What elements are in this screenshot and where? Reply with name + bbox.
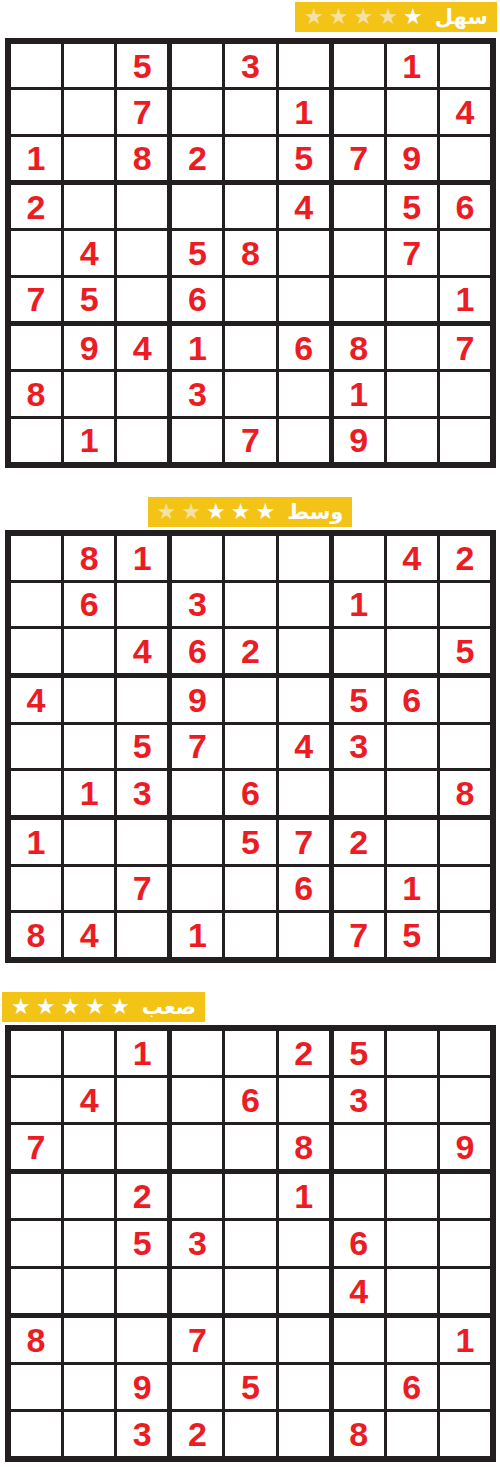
cell-easy-r9c6[interactable] (279, 419, 329, 462)
cell-easy-r9c8[interactable] (387, 419, 437, 462)
cell-medium-r5c9[interactable] (440, 725, 490, 769)
cell-hard-r8c3[interactable]: 9 (117, 1365, 167, 1409)
cell-easy-r2c7[interactable] (334, 90, 384, 133)
cell-easy-r6c1[interactable]: 7 (11, 278, 61, 321)
cell-medium-r2c5[interactable] (225, 583, 275, 627)
star-rating-hard: ★★★★★ (11, 996, 130, 1018)
cell-medium-r2c4[interactable]: 3 (172, 583, 222, 627)
star-empty-icon: ★ (378, 6, 398, 28)
cell-easy-r5c5[interactable]: 8 (225, 231, 275, 274)
star-filled-icon: ★ (256, 501, 276, 523)
sudoku-box-3-1: 9481 (11, 326, 167, 462)
cell-easy-r3c5[interactable] (225, 137, 275, 180)
cell-medium-r3c1[interactable] (11, 629, 61, 673)
cell-hard-r2c8[interactable] (387, 1078, 437, 1122)
cell-hard-r9c7[interactable]: 8 (334, 1412, 384, 1456)
cell-hard-r1c1[interactable] (11, 1031, 61, 1075)
cell-medium-r9c4[interactable]: 1 (172, 913, 222, 957)
cell-medium-r9c9[interactable] (440, 913, 490, 957)
cell-hard-r9c2[interactable] (64, 1412, 114, 1456)
cell-easy-r4c6[interactable]: 4 (279, 185, 329, 228)
star-filled-icon: ★ (60, 996, 80, 1018)
cell-medium-r8c8[interactable]: 1 (387, 867, 437, 911)
sudoku-box-2-3: 64 (334, 1174, 490, 1312)
cell-easy-r7c8[interactable] (387, 326, 437, 369)
cell-easy-r4c4[interactable] (172, 185, 222, 228)
cell-medium-r1c6[interactable] (279, 536, 329, 580)
sudoku-box-3-1: 893 (11, 1318, 167, 1456)
cell-hard-r3c4[interactable] (172, 1125, 222, 1169)
cell-easy-r7c5[interactable] (225, 326, 275, 369)
cell-easy-r3c9[interactable] (440, 137, 490, 180)
cell-hard-r9c1[interactable] (11, 1412, 61, 1456)
cell-easy-r4c8[interactable]: 5 (387, 185, 437, 228)
cell-hard-r3c8[interactable] (387, 1125, 437, 1169)
cell-medium-r6c5[interactable]: 6 (225, 771, 275, 815)
cell-hard-r7c1[interactable]: 8 (11, 1318, 61, 1362)
cell-easy-r1c8[interactable]: 1 (387, 44, 437, 87)
cell-medium-r8c5[interactable] (225, 867, 275, 911)
cell-hard-r8c6[interactable] (279, 1365, 329, 1409)
cell-easy-r1c3[interactable]: 5 (117, 44, 167, 87)
sudoku-box-3-2: 5761 (172, 820, 328, 957)
cell-easy-r2c8[interactable] (387, 90, 437, 133)
cell-easy-r7c2[interactable]: 9 (64, 326, 114, 369)
cell-hard-r9c9[interactable] (440, 1412, 490, 1456)
cell-medium-r4c4[interactable]: 9 (172, 678, 222, 722)
difficulty-label-hard: صعب (142, 992, 196, 1022)
cell-medium-r2c3[interactable] (117, 583, 167, 627)
cell-medium-r4c7[interactable]: 5 (334, 678, 384, 722)
cell-hard-r6c4[interactable] (172, 1269, 222, 1313)
cell-easy-r9c9[interactable] (440, 419, 490, 462)
cell-easy-r5c4[interactable]: 5 (172, 231, 222, 274)
cell-easy-r8c3[interactable] (117, 372, 167, 415)
cell-hard-r7c3[interactable] (117, 1318, 167, 1362)
sudoku-box-1-2: 3125 (172, 44, 328, 180)
cell-hard-r4c2[interactable] (64, 1174, 114, 1218)
cell-hard-r1c2[interactable] (64, 1031, 114, 1075)
cell-medium-r1c7[interactable] (334, 536, 384, 580)
sudoku-box-2-1: 25 (11, 1174, 167, 1312)
sudoku-box-3-2: 1637 (172, 326, 328, 462)
cell-easy-r3c3[interactable]: 8 (117, 137, 167, 180)
cell-easy-r4c5[interactable] (225, 185, 275, 228)
cell-hard-r9c3[interactable]: 3 (117, 1412, 167, 1456)
cell-easy-r1c4[interactable] (172, 44, 222, 87)
cell-easy-r6c5[interactable] (225, 278, 275, 321)
cell-easy-r3c7[interactable]: 7 (334, 137, 384, 180)
cell-easy-r4c7[interactable] (334, 185, 384, 228)
cell-medium-r8c1[interactable] (11, 867, 61, 911)
cell-medium-r3c9[interactable]: 5 (440, 629, 490, 673)
cell-hard-r8c8[interactable]: 6 (387, 1365, 437, 1409)
cell-easy-r7c4[interactable]: 1 (172, 326, 222, 369)
sudoku-box-2-1: 4513 (11, 678, 167, 815)
cell-medium-r5c4[interactable]: 7 (172, 725, 222, 769)
cell-easy-r5c7[interactable] (334, 231, 384, 274)
star-filled-icon: ★ (206, 501, 226, 523)
banner-row-easy: ★★★★★ سهل (0, 2, 497, 32)
cell-easy-r4c2[interactable] (64, 185, 114, 228)
sudoku-box-3-1: 1784 (11, 820, 167, 957)
cell-hard-r6c5[interactable] (225, 1269, 275, 1313)
sudoku-box-1-2: 268 (172, 1031, 328, 1169)
star-filled-icon: ★ (403, 6, 423, 28)
cell-easy-r2c1[interactable] (11, 90, 61, 133)
difficulty-label-easy: سهل (435, 2, 488, 32)
cell-medium-r7c1[interactable]: 1 (11, 820, 61, 864)
cell-medium-r6c8[interactable] (387, 771, 437, 815)
cell-medium-r3c3[interactable]: 4 (117, 629, 167, 673)
cell-hard-r6c3[interactable] (117, 1269, 167, 1313)
cell-hard-r6c2[interactable] (64, 1269, 114, 1313)
cell-medium-r1c9[interactable]: 2 (440, 536, 490, 580)
cell-medium-r6c9[interactable]: 8 (440, 771, 490, 815)
cell-hard-r6c8[interactable] (387, 1269, 437, 1313)
cell-hard-r5c3[interactable]: 5 (117, 1221, 167, 1265)
cell-hard-r4c3[interactable]: 2 (117, 1174, 167, 1218)
cell-hard-r9c8[interactable] (387, 1412, 437, 1456)
cell-medium-r7c8[interactable] (387, 820, 437, 864)
cell-easy-r1c7[interactable] (334, 44, 384, 87)
cell-hard-r8c7[interactable] (334, 1365, 384, 1409)
cell-hard-r2c1[interactable] (11, 1078, 61, 1122)
cell-easy-r1c5[interactable]: 3 (225, 44, 275, 87)
cell-hard-r7c8[interactable] (387, 1318, 437, 1362)
cell-easy-r2c6[interactable]: 1 (279, 90, 329, 133)
star-filled-icon: ★ (36, 996, 56, 1018)
cell-hard-r5c5[interactable] (225, 1221, 275, 1265)
cell-hard-r2c4[interactable] (172, 1078, 222, 1122)
cell-easy-r8c6[interactable] (279, 372, 329, 415)
star-filled-icon: ★ (85, 996, 105, 1018)
cell-easy-r6c8[interactable] (387, 278, 437, 321)
cell-easy-r8c8[interactable] (387, 372, 437, 415)
cell-easy-r8c5[interactable] (225, 372, 275, 415)
cell-easy-r2c5[interactable] (225, 90, 275, 133)
cell-easy-r9c1[interactable] (11, 419, 61, 462)
cell-easy-r3c6[interactable]: 5 (279, 137, 329, 180)
cell-easy-r6c9[interactable]: 1 (440, 278, 490, 321)
cell-easy-r5c9[interactable] (440, 231, 490, 274)
cell-hard-r2c6[interactable] (279, 1078, 329, 1122)
cell-medium-r2c9[interactable] (440, 583, 490, 627)
cell-medium-r9c7[interactable]: 7 (334, 913, 384, 957)
sudoku-box-2-3: 5671 (334, 185, 490, 321)
cell-easy-r2c4[interactable] (172, 90, 222, 133)
cell-medium-r2c8[interactable] (387, 583, 437, 627)
sudoku-grid-easy: 571831251479247545865671948116378719 (5, 38, 496, 468)
star-empty-icon: ★ (304, 6, 324, 28)
cell-medium-r6c3[interactable]: 3 (117, 771, 167, 815)
cell-medium-r8c4[interactable] (172, 867, 222, 911)
cell-easy-r6c6[interactable] (279, 278, 329, 321)
cell-medium-r4c1[interactable]: 4 (11, 678, 61, 722)
cell-easy-r6c7[interactable] (334, 278, 384, 321)
cell-hard-r4c8[interactable] (387, 1174, 437, 1218)
cell-medium-r2c2[interactable]: 6 (64, 583, 114, 627)
cell-medium-r3c5[interactable]: 2 (225, 629, 275, 673)
sudoku-box-1-3: 4215 (334, 536, 490, 673)
cell-medium-r6c7[interactable] (334, 771, 384, 815)
cell-hard-r1c7[interactable]: 5 (334, 1031, 384, 1075)
cell-medium-r9c1[interactable]: 8 (11, 913, 61, 957)
cell-hard-r2c7[interactable]: 3 (334, 1078, 384, 1122)
cell-hard-r4c1[interactable] (11, 1174, 61, 1218)
cell-hard-r5c7[interactable]: 6 (334, 1221, 384, 1265)
cell-medium-r7c6[interactable]: 7 (279, 820, 329, 864)
sudoku-box-2-2: 4586 (172, 185, 328, 321)
cell-easy-r8c4[interactable]: 3 (172, 372, 222, 415)
cell-hard-r2c5[interactable]: 6 (225, 1078, 275, 1122)
cell-hard-r2c2[interactable]: 4 (64, 1078, 114, 1122)
cell-medium-r3c6[interactable] (279, 629, 329, 673)
cell-easy-r9c5[interactable]: 7 (225, 419, 275, 462)
cell-easy-r6c3[interactable] (117, 278, 167, 321)
cell-medium-r4c6[interactable] (279, 678, 329, 722)
cell-easy-r3c4[interactable]: 2 (172, 137, 222, 180)
cell-hard-r6c1[interactable] (11, 1269, 61, 1313)
cell-easy-r3c1[interactable]: 1 (11, 137, 61, 180)
cell-medium-r5c1[interactable] (11, 725, 61, 769)
sudoku-box-2-3: 5638 (334, 678, 490, 815)
cell-hard-r8c2[interactable] (64, 1365, 114, 1409)
cell-hard-r4c7[interactable] (334, 1174, 384, 1218)
cell-hard-r1c4[interactable] (172, 1031, 222, 1075)
cell-easy-r9c3[interactable] (117, 419, 167, 462)
cell-hard-r8c9[interactable] (440, 1365, 490, 1409)
sudoku-box-3-2: 752 (172, 1318, 328, 1456)
sudoku-box-1-2: 362 (172, 536, 328, 673)
cell-hard-r1c3[interactable]: 1 (117, 1031, 167, 1075)
cell-easy-r9c4[interactable] (172, 419, 222, 462)
cell-medium-r6c2[interactable]: 1 (64, 771, 114, 815)
cell-medium-r5c5[interactable] (225, 725, 275, 769)
sudoku-box-1-3: 539 (334, 1031, 490, 1169)
cell-hard-r8c1[interactable] (11, 1365, 61, 1409)
star-empty-icon: ★ (354, 6, 374, 28)
cell-easy-r8c2[interactable] (64, 372, 114, 415)
cell-medium-r5c3[interactable]: 5 (117, 725, 167, 769)
sudoku-box-2-2: 9746 (172, 678, 328, 815)
cell-hard-r7c6[interactable] (279, 1318, 329, 1362)
cell-medium-r8c7[interactable] (334, 867, 384, 911)
cell-hard-r5c9[interactable] (440, 1221, 490, 1265)
cell-medium-r8c3[interactable]: 7 (117, 867, 167, 911)
cell-easy-r7c6[interactable]: 6 (279, 326, 329, 369)
sudoku-box-3-3: 8719 (334, 326, 490, 462)
cell-hard-r2c3[interactable] (117, 1078, 167, 1122)
cell-medium-r1c3[interactable]: 1 (117, 536, 167, 580)
cell-medium-r1c5[interactable] (225, 536, 275, 580)
cell-easy-r7c9[interactable]: 7 (440, 326, 490, 369)
cell-easy-r8c1[interactable]: 8 (11, 372, 61, 415)
star-empty-icon: ★ (181, 501, 201, 523)
cell-hard-r5c1[interactable] (11, 1221, 61, 1265)
cell-hard-r6c9[interactable] (440, 1269, 490, 1313)
cell-hard-r4c5[interactable] (225, 1174, 275, 1218)
cell-medium-r7c7[interactable]: 2 (334, 820, 384, 864)
cell-easy-r7c7[interactable]: 8 (334, 326, 384, 369)
cell-easy-r4c3[interactable] (117, 185, 167, 228)
cell-medium-r6c6[interactable] (279, 771, 329, 815)
banner-row-medium: ★★★★★ وسط (0, 497, 500, 527)
cell-easy-r5c1[interactable] (11, 231, 61, 274)
cell-easy-r6c2[interactable]: 5 (64, 278, 114, 321)
cell-medium-r8c9[interactable] (440, 867, 490, 911)
cell-hard-r9c5[interactable] (225, 1412, 275, 1456)
cell-easy-r7c1[interactable] (11, 326, 61, 369)
cell-hard-r3c2[interactable] (64, 1125, 114, 1169)
cell-hard-r7c7[interactable] (334, 1318, 384, 1362)
cell-medium-r7c5[interactable]: 5 (225, 820, 275, 864)
cell-easy-r1c9[interactable] (440, 44, 490, 87)
cell-hard-r3c5[interactable] (225, 1125, 275, 1169)
cell-hard-r9c6[interactable] (279, 1412, 329, 1456)
cell-easy-r5c8[interactable]: 7 (387, 231, 437, 274)
cell-easy-r3c2[interactable] (64, 137, 114, 180)
cell-medium-r7c9[interactable] (440, 820, 490, 864)
cell-medium-r4c3[interactable] (117, 678, 167, 722)
sudoku-box-1-1: 147 (11, 1031, 167, 1169)
cell-hard-r7c2[interactable] (64, 1318, 114, 1362)
star-filled-icon: ★ (110, 996, 130, 1018)
cell-hard-r3c6[interactable]: 8 (279, 1125, 329, 1169)
cell-medium-r1c4[interactable] (172, 536, 222, 580)
cell-hard-r1c8[interactable] (387, 1031, 437, 1075)
star-empty-icon: ★ (329, 6, 349, 28)
cell-hard-r1c5[interactable] (225, 1031, 275, 1075)
cell-easy-r4c1[interactable]: 2 (11, 185, 61, 228)
difficulty-label-medium: وسط (287, 497, 343, 527)
sudoku-box-1-1: 8164 (11, 536, 167, 673)
cell-hard-r3c1[interactable]: 7 (11, 1125, 61, 1169)
star-filled-icon: ★ (11, 996, 31, 1018)
cell-hard-r5c2[interactable] (64, 1221, 114, 1265)
cell-medium-r9c3[interactable] (117, 913, 167, 957)
cell-easy-r6c4[interactable]: 6 (172, 278, 222, 321)
cell-hard-r6c6[interactable] (279, 1269, 329, 1313)
cell-medium-r6c1[interactable] (11, 771, 61, 815)
cell-medium-r5c7[interactable]: 3 (334, 725, 384, 769)
cell-hard-r5c6[interactable] (279, 1221, 329, 1265)
cell-medium-r4c5[interactable] (225, 678, 275, 722)
cell-medium-r1c8[interactable]: 4 (387, 536, 437, 580)
cell-easy-r5c6[interactable] (279, 231, 329, 274)
sudoku-box-1-1: 5718 (11, 44, 167, 180)
cell-medium-r8c6[interactable]: 6 (279, 867, 329, 911)
sudoku-box-3-3: 168 (334, 1318, 490, 1456)
sudoku-box-2-1: 2475 (11, 185, 167, 321)
cell-hard-r2c9[interactable] (440, 1078, 490, 1122)
cell-hard-r5c4[interactable]: 3 (172, 1221, 222, 1265)
cell-easy-r5c3[interactable] (117, 231, 167, 274)
star-rating-easy: ★★★★★ (304, 6, 423, 28)
cell-hard-r4c4[interactable] (172, 1174, 222, 1218)
cell-hard-r7c9[interactable]: 1 (440, 1318, 490, 1362)
cell-medium-r9c8[interactable]: 5 (387, 913, 437, 957)
cell-hard-r4c9[interactable] (440, 1174, 490, 1218)
cell-medium-r5c2[interactable] (64, 725, 114, 769)
cell-hard-r5c8[interactable] (387, 1221, 437, 1265)
cell-medium-r9c2[interactable]: 4 (64, 913, 114, 957)
cell-medium-r2c6[interactable] (279, 583, 329, 627)
cell-medium-r4c8[interactable]: 6 (387, 678, 437, 722)
cell-hard-r4c6[interactable]: 1 (279, 1174, 329, 1218)
cell-medium-r9c6[interactable] (279, 913, 329, 957)
cell-hard-r8c4[interactable] (172, 1365, 222, 1409)
star-rating-medium: ★★★★★ (157, 501, 276, 523)
cell-hard-r3c3[interactable] (117, 1125, 167, 1169)
cell-easy-r8c7[interactable]: 1 (334, 372, 384, 415)
cell-hard-r9c4[interactable]: 2 (172, 1412, 222, 1456)
cell-medium-r3c8[interactable] (387, 629, 437, 673)
cell-medium-r4c9[interactable] (440, 678, 490, 722)
cell-easy-r4c9[interactable]: 6 (440, 185, 490, 228)
cell-medium-r5c8[interactable] (387, 725, 437, 769)
cell-medium-r7c4[interactable] (172, 820, 222, 864)
cell-easy-r1c2[interactable] (64, 44, 114, 87)
cell-medium-r4c2[interactable] (64, 678, 114, 722)
cell-hard-r7c4[interactable]: 7 (172, 1318, 222, 1362)
cell-medium-r3c7[interactable] (334, 629, 384, 673)
banner-row-hard: ★★★★★ صعب (2, 992, 500, 1022)
sudoku-grid-medium: 81643624215451397465638178457612175 (5, 530, 496, 963)
cell-medium-r8c2[interactable] (64, 867, 114, 911)
star-empty-icon: ★ (157, 501, 177, 523)
cell-hard-r3c7[interactable] (334, 1125, 384, 1169)
cell-easy-r1c6[interactable] (279, 44, 329, 87)
cell-medium-r7c3[interactable] (117, 820, 167, 864)
cell-medium-r3c2[interactable] (64, 629, 114, 673)
cell-easy-r2c2[interactable] (64, 90, 114, 133)
cell-hard-r6c7[interactable]: 4 (334, 1269, 384, 1313)
cell-medium-r2c7[interactable]: 1 (334, 583, 384, 627)
cell-medium-r1c1[interactable] (11, 536, 61, 580)
cell-medium-r1c2[interactable]: 8 (64, 536, 114, 580)
cell-easy-r9c2[interactable]: 1 (64, 419, 114, 462)
cell-hard-r3c9[interactable]: 9 (440, 1125, 490, 1169)
cell-easy-r5c2[interactable]: 4 (64, 231, 114, 274)
cell-medium-r6c4[interactable] (172, 771, 222, 815)
cell-hard-r1c6[interactable]: 2 (279, 1031, 329, 1075)
cell-hard-r7c5[interactable] (225, 1318, 275, 1362)
cell-medium-r9c5[interactable] (225, 913, 275, 957)
cell-medium-r5c6[interactable]: 4 (279, 725, 329, 769)
cell-medium-r2c1[interactable] (11, 583, 61, 627)
star-filled-icon: ★ (231, 501, 251, 523)
cell-easy-r2c9[interactable]: 4 (440, 90, 490, 133)
cell-easy-r7c3[interactable]: 4 (117, 326, 167, 369)
cell-easy-r1c1[interactable] (11, 44, 61, 87)
cell-easy-r8c9[interactable] (440, 372, 490, 415)
sudoku-box-1-3: 1479 (334, 44, 490, 180)
cell-easy-r9c7[interactable]: 9 (334, 419, 384, 462)
cell-medium-r7c2[interactable] (64, 820, 114, 864)
difficulty-banner-medium: ★★★★★ وسط (148, 497, 353, 527)
cell-hard-r1c9[interactable] (440, 1031, 490, 1075)
sudoku-box-2-2: 13 (172, 1174, 328, 1312)
cell-easy-r2c3[interactable]: 7 (117, 90, 167, 133)
sudoku-grid-hard: 147268539251364893752168 (5, 1025, 496, 1462)
cell-easy-r3c8[interactable]: 9 (387, 137, 437, 180)
cell-hard-r8c5[interactable]: 5 (225, 1365, 275, 1409)
difficulty-banner-easy: ★★★★★ سهل (295, 2, 497, 32)
sudoku-box-3-3: 2175 (334, 820, 490, 957)
cell-medium-r3c4[interactable]: 6 (172, 629, 222, 673)
difficulty-banner-hard: ★★★★★ صعب (2, 992, 205, 1022)
